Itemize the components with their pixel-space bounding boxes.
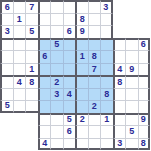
- cell-r2c0-given-3[interactable]: 3: [0, 25, 13, 38]
- cell-r7c11-empty[interactable]: [138, 88, 151, 101]
- cell-r11c10-empty[interactable]: [125, 138, 138, 151]
- cell-r11c7-empty[interactable]: [88, 138, 101, 151]
- cell-r4c4-empty[interactable]: [50, 50, 63, 63]
- cell-r6c3-empty[interactable]: [38, 75, 51, 88]
- cell-r5c4-empty[interactable]: [50, 63, 63, 76]
- outside-area: [125, 13, 138, 26]
- cell-r10c4-empty[interactable]: [50, 125, 63, 138]
- cell-r11c6-empty[interactable]: [75, 138, 88, 151]
- cell-r11c3-given-4[interactable]: 4: [38, 138, 51, 151]
- cell-r2c6-given-9[interactable]: 9: [75, 25, 88, 38]
- cell-r7c5-given-4[interactable]: 4: [63, 88, 76, 101]
- cell-r4c0-empty[interactable]: [0, 50, 13, 63]
- outside-area: [138, 13, 151, 26]
- cell-r5c6-empty[interactable]: [75, 63, 88, 76]
- cell-r4c8-empty[interactable]: [100, 50, 113, 63]
- cell-r6c4-given-2[interactable]: 2: [50, 75, 63, 88]
- cell-r9c11-given-9[interactable]: 9: [138, 113, 151, 126]
- cell-r4c11-empty[interactable]: [138, 50, 151, 63]
- cell-r8c1-empty[interactable]: [13, 100, 26, 113]
- outside-area: [13, 113, 26, 126]
- cell-r7c9-empty[interactable]: [113, 88, 126, 101]
- outside-area: [113, 0, 126, 13]
- cell-r2c2-given-5[interactable]: 5: [25, 25, 38, 38]
- cell-r6c5-empty[interactable]: [63, 75, 76, 88]
- cell-r11c5-empty[interactable]: [63, 138, 76, 151]
- outside-area: [125, 25, 138, 38]
- cell-r5c1-empty[interactable]: [13, 63, 26, 76]
- cell-r7c0-empty[interactable]: [0, 88, 13, 101]
- cell-r10c7-empty[interactable]: [88, 125, 101, 138]
- cell-r1c2-empty[interactable]: [25, 13, 38, 26]
- cell-r2c1-empty[interactable]: [13, 25, 26, 38]
- cell-r10c6-empty[interactable]: [75, 125, 88, 138]
- cell-r3c5-empty[interactable]: [63, 38, 76, 51]
- cell-r4c10-empty[interactable]: [125, 50, 138, 63]
- cell-r7c3-empty[interactable]: [38, 88, 51, 101]
- cell-r3c3-empty[interactable]: [38, 38, 51, 51]
- cell-r1c3-empty[interactable]: [38, 13, 51, 26]
- cell-r7c1-empty[interactable]: [13, 88, 26, 101]
- cell-r0c0-given-6[interactable]: 6: [0, 0, 13, 13]
- cell-r7c2-empty[interactable]: [25, 88, 38, 101]
- sudoku-board: 673183569566181749482834852521965438: [0, 0, 150, 150]
- cell-r10c10-given-5[interactable]: 5: [125, 125, 138, 138]
- cell-r6c8-empty[interactable]: [100, 75, 113, 88]
- cell-r3c7-empty[interactable]: [88, 38, 101, 51]
- outside-area: [0, 138, 13, 151]
- cell-r6c9-given-8[interactable]: 8: [113, 75, 126, 88]
- cell-r0c7-empty[interactable]: [88, 0, 101, 13]
- cell-r5c11-empty[interactable]: [138, 63, 151, 76]
- cell-r0c5-empty[interactable]: [63, 0, 76, 13]
- cell-r11c8-empty[interactable]: [100, 138, 113, 151]
- cell-r11c11-given-8[interactable]: 8: [138, 138, 151, 151]
- cell-r1c0-empty[interactable]: [0, 13, 13, 26]
- cell-r5c9-given-4[interactable]: 4: [113, 63, 126, 76]
- cell-r11c4-empty[interactable]: [50, 138, 63, 151]
- cell-r6c0-empty[interactable]: [0, 75, 13, 88]
- outside-area: [113, 13, 126, 26]
- cell-r4c9-empty[interactable]: [113, 50, 126, 63]
- cell-r3c6-empty[interactable]: [75, 38, 88, 51]
- outside-area: [25, 138, 38, 151]
- cell-r10c3-empty[interactable]: [38, 125, 51, 138]
- cell-r9c10-empty[interactable]: [125, 113, 138, 126]
- cell-r1c5-empty[interactable]: [63, 13, 76, 26]
- cell-r9c9-empty[interactable]: [113, 113, 126, 126]
- outside-area: [138, 0, 151, 13]
- cell-r6c6-empty[interactable]: [75, 75, 88, 88]
- cell-r3c10-empty[interactable]: [125, 38, 138, 51]
- cell-r8c4-empty[interactable]: [50, 100, 63, 113]
- cell-r3c2-empty[interactable]: [25, 38, 38, 51]
- cell-r3c0-empty[interactable]: [0, 38, 13, 51]
- outside-area: [0, 113, 13, 126]
- cell-r9c7-empty[interactable]: [88, 113, 101, 126]
- cell-r10c5-given-6[interactable]: 6: [63, 125, 76, 138]
- cell-r9c3-empty[interactable]: [38, 113, 51, 126]
- cell-r3c8-empty[interactable]: [100, 38, 113, 51]
- cell-r7c6-empty[interactable]: [75, 88, 88, 101]
- cell-r4c3-given-6[interactable]: 6: [38, 50, 51, 63]
- cell-r5c2-given-1[interactable]: 1: [25, 63, 38, 76]
- cell-r6c1-given-4[interactable]: 4: [13, 75, 26, 88]
- cell-r3c1-empty[interactable]: [13, 38, 26, 51]
- cell-r0c8-given-3[interactable]: 3: [100, 0, 113, 13]
- cell-r8c6-empty[interactable]: [75, 100, 88, 113]
- cell-r5c0-empty[interactable]: [0, 63, 13, 76]
- cell-r3c4-given-5[interactable]: 5: [50, 38, 63, 51]
- cell-r6c2-given-8[interactable]: 8: [25, 75, 38, 88]
- outside-area: [25, 113, 38, 126]
- cell-r8c8-empty[interactable]: [100, 100, 113, 113]
- cell-r5c5-empty[interactable]: [63, 63, 76, 76]
- cell-r1c4-empty[interactable]: [50, 13, 63, 26]
- cell-r7c4-given-3[interactable]: 3: [50, 88, 63, 101]
- cell-r7c7-empty[interactable]: [88, 88, 101, 101]
- cell-r9c4-empty[interactable]: [50, 113, 63, 126]
- cell-r9c6-given-2[interactable]: 2: [75, 113, 88, 126]
- cell-r5c8-empty[interactable]: [100, 63, 113, 76]
- cell-r5c10-given-9[interactable]: 9: [125, 63, 138, 76]
- cell-r2c8-empty[interactable]: [100, 25, 113, 38]
- cell-r10c9-empty[interactable]: [113, 125, 126, 138]
- cell-r11c9-given-3[interactable]: 3: [113, 138, 126, 151]
- cell-r0c3-empty[interactable]: [38, 0, 51, 13]
- outside-area: [125, 0, 138, 13]
- cell-r8c9-empty[interactable]: [113, 100, 126, 113]
- cell-r1c6-given-8[interactable]: 8: [75, 13, 88, 26]
- cell-r4c5-empty[interactable]: [63, 50, 76, 63]
- cell-r0c2-given-7[interactable]: 7: [25, 0, 38, 13]
- cell-r9c8-given-1[interactable]: 1: [100, 113, 113, 126]
- cell-r4c2-empty[interactable]: [25, 50, 38, 63]
- cell-r1c8-empty[interactable]: [100, 13, 113, 26]
- cell-r0c6-empty[interactable]: [75, 0, 88, 13]
- outside-area: [113, 25, 126, 38]
- cell-r5c7-given-7[interactable]: 7: [88, 63, 101, 76]
- cell-r8c3-empty[interactable]: [38, 100, 51, 113]
- cell-r1c1-given-1[interactable]: 1: [13, 13, 26, 26]
- cell-r0c1-empty[interactable]: [13, 0, 26, 13]
- outside-area: [13, 125, 26, 138]
- cell-r0c4-empty[interactable]: [50, 0, 63, 13]
- cell-r8c11-empty[interactable]: [138, 100, 151, 113]
- cell-r1c7-empty[interactable]: [88, 13, 101, 26]
- cell-r8c10-empty[interactable]: [125, 100, 138, 113]
- outside-area: [13, 138, 26, 151]
- cell-r6c11-empty[interactable]: [138, 75, 151, 88]
- cell-r3c11-given-6[interactable]: 6: [138, 38, 151, 51]
- cell-r4c6-given-1[interactable]: 1: [75, 50, 88, 63]
- cell-r7c8-given-8[interactable]: 8: [100, 88, 113, 101]
- cell-r8c2-empty[interactable]: [25, 100, 38, 113]
- cell-r2c5-given-6[interactable]: 6: [63, 25, 76, 38]
- cell-r2c7-empty[interactable]: [88, 25, 101, 38]
- cell-r4c7-given-8[interactable]: 8: [88, 50, 101, 63]
- cell-r8c0-given-5[interactable]: 5: [0, 100, 13, 113]
- cell-r2c3-empty[interactable]: [38, 25, 51, 38]
- outside-area: [138, 25, 151, 38]
- outside-area: [25, 125, 38, 138]
- cell-r3c9-empty[interactable]: [113, 38, 126, 51]
- cell-r5c3-empty[interactable]: [38, 63, 51, 76]
- outside-area: [0, 125, 13, 138]
- cell-r2c4-empty[interactable]: [50, 25, 63, 38]
- cell-r9c5-given-5[interactable]: 5: [63, 113, 76, 126]
- cell-r7c10-empty[interactable]: [125, 88, 138, 101]
- cell-r8c5-empty[interactable]: [63, 100, 76, 113]
- cell-r4c1-empty[interactable]: [13, 50, 26, 63]
- cell-r8c7-given-2[interactable]: 2: [88, 100, 101, 113]
- cell-r10c8-empty[interactable]: [100, 125, 113, 138]
- cell-r6c7-empty[interactable]: [88, 75, 101, 88]
- cell-r6c10-empty[interactable]: [125, 75, 138, 88]
- cell-r10c11-empty[interactable]: [138, 125, 151, 138]
